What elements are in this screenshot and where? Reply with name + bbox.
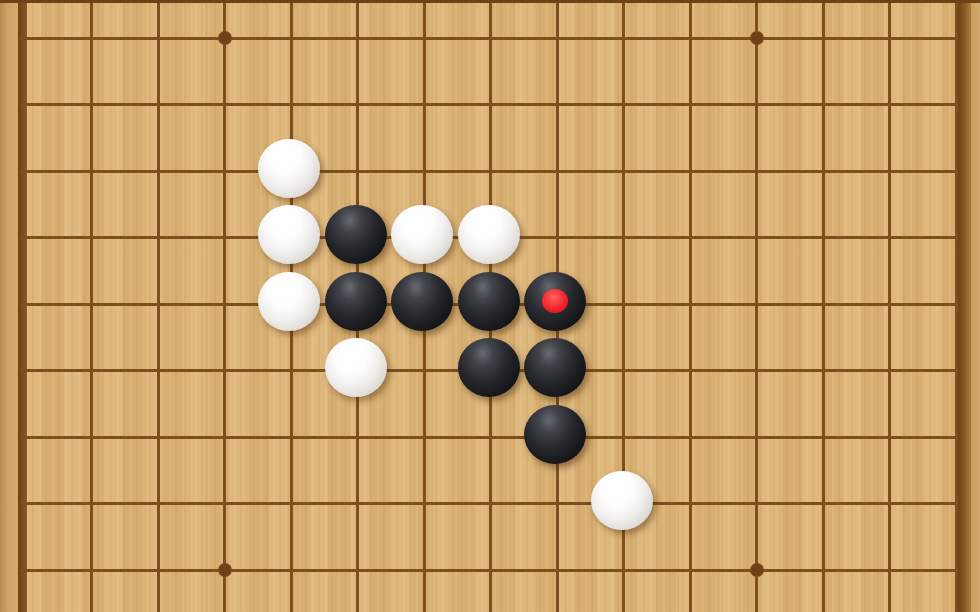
grid-line-vertical bbox=[223, 0, 226, 612]
star-point bbox=[750, 563, 764, 577]
grid-line-horizontal bbox=[20, 436, 958, 439]
star-point bbox=[218, 563, 232, 577]
board-right-edge-strip bbox=[971, 0, 980, 612]
grid-line-horizontal bbox=[20, 502, 958, 505]
grid-line-vertical bbox=[90, 0, 93, 612]
last-move-marker bbox=[542, 289, 568, 313]
white-stone bbox=[258, 272, 320, 331]
white-stone bbox=[458, 205, 520, 264]
white-stone bbox=[591, 471, 653, 530]
black-stone bbox=[524, 272, 586, 331]
grid-line-horizontal bbox=[20, 37, 958, 40]
grid-line-vertical bbox=[888, 0, 891, 612]
black-stone bbox=[325, 205, 387, 264]
grid-line-vertical bbox=[157, 0, 160, 612]
black-stone bbox=[325, 272, 387, 331]
grid-line-horizontal bbox=[20, 103, 958, 106]
grid-line-horizontal bbox=[20, 170, 958, 173]
gomoku-board[interactable] bbox=[0, 0, 980, 612]
black-stone bbox=[458, 272, 520, 331]
board-right-edge-line bbox=[958, 0, 971, 612]
white-stone bbox=[258, 139, 320, 198]
grid-line-vertical bbox=[755, 0, 758, 612]
black-stone bbox=[524, 405, 586, 464]
white-stone bbox=[391, 205, 453, 264]
black-stone bbox=[524, 338, 586, 397]
grid-line-horizontal bbox=[20, 569, 958, 572]
board-top-edge-line bbox=[0, 0, 980, 3]
star-point bbox=[750, 31, 764, 45]
black-stone bbox=[391, 272, 453, 331]
star-point bbox=[218, 31, 232, 45]
black-stone bbox=[458, 338, 520, 397]
white-stone bbox=[258, 205, 320, 264]
white-stone bbox=[325, 338, 387, 397]
grid-line-vertical bbox=[689, 0, 692, 612]
board-left-edge-line bbox=[18, 0, 27, 612]
board-left-edge-strip bbox=[0, 0, 18, 612]
grid-line-vertical bbox=[822, 0, 825, 612]
